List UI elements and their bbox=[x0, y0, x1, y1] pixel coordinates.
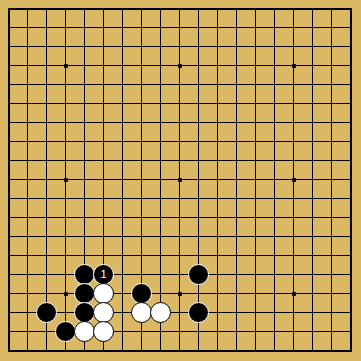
white-stone[interactable] bbox=[150, 302, 171, 323]
move-number-label: 1 bbox=[100, 269, 106, 280]
black-stone[interactable]: 1 bbox=[93, 264, 114, 285]
v-grid-line bbox=[274, 9, 275, 351]
white-stone[interactable] bbox=[131, 302, 152, 323]
white-stone[interactable] bbox=[93, 302, 114, 323]
black-stone[interactable] bbox=[55, 321, 76, 342]
hoshi-point bbox=[178, 292, 182, 296]
v-grid-line bbox=[236, 9, 237, 351]
h-grid-line bbox=[9, 198, 351, 199]
h-grid-line bbox=[9, 255, 351, 256]
black-stone[interactable] bbox=[188, 264, 209, 285]
hoshi-point bbox=[64, 178, 68, 182]
black-stone[interactable] bbox=[131, 283, 152, 304]
h-grid-line bbox=[9, 236, 351, 237]
black-stone[interactable] bbox=[74, 283, 95, 304]
black-stone[interactable] bbox=[36, 302, 57, 323]
v-grid-line bbox=[217, 9, 218, 351]
white-stone[interactable] bbox=[93, 321, 114, 342]
hoshi-point bbox=[292, 178, 296, 182]
hoshi-point bbox=[178, 64, 182, 68]
hoshi-point bbox=[64, 292, 68, 296]
black-stone[interactable] bbox=[188, 302, 209, 323]
h-grid-line bbox=[9, 217, 351, 218]
h-grid-line bbox=[9, 312, 351, 313]
hoshi-point bbox=[292, 64, 296, 68]
h-grid-line bbox=[9, 274, 351, 275]
v-grid-line bbox=[198, 9, 199, 351]
hoshi-point bbox=[292, 292, 296, 296]
hoshi-point bbox=[178, 178, 182, 182]
white-stone[interactable] bbox=[74, 321, 95, 342]
v-grid-line bbox=[255, 9, 256, 351]
v-grid-line bbox=[331, 9, 332, 351]
black-stone[interactable] bbox=[74, 264, 95, 285]
v-grid-line bbox=[312, 9, 313, 351]
black-stone[interactable] bbox=[74, 302, 95, 323]
go-board[interactable]: 1 bbox=[0, 0, 361, 361]
white-stone[interactable] bbox=[93, 283, 114, 304]
hoshi-point bbox=[64, 64, 68, 68]
